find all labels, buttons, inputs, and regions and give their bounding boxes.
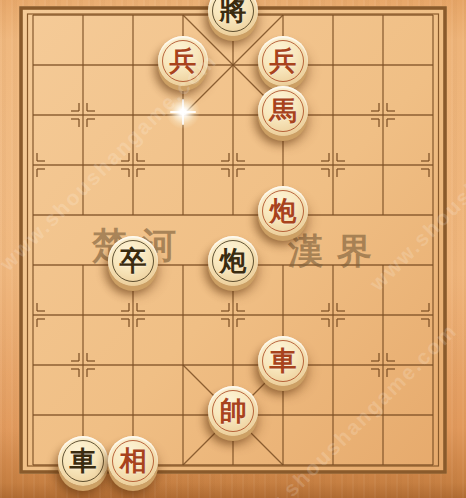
piece-red-pawn-right[interactable]: 兵: [258, 36, 308, 86]
piece-glyph: 車: [258, 336, 308, 386]
piece-red-general[interactable]: 帥: [208, 386, 258, 436]
piece-glyph: 馬: [258, 86, 308, 136]
piece-glyph: 相: [108, 436, 158, 486]
piece-glyph: 炮: [208, 236, 258, 286]
piece-red-cannon[interactable]: 炮: [258, 186, 308, 236]
piece-glyph: 將: [208, 0, 258, 36]
piece-black-pawn[interactable]: 卒: [108, 236, 158, 286]
piece-red-elephant[interactable]: 相: [108, 436, 158, 486]
piece-glyph: 兵: [258, 36, 308, 86]
piece-black-general[interactable]: 將: [208, 0, 258, 36]
piece-glyph: 兵: [158, 36, 208, 86]
piece-red-horse[interactable]: 馬: [258, 86, 308, 136]
piece-glyph: 炮: [258, 186, 308, 236]
piece-black-cannon[interactable]: 炮: [208, 236, 258, 286]
piece-glyph: 車: [58, 436, 108, 486]
piece-red-pawn-left[interactable]: 兵: [158, 36, 208, 86]
piece-red-chariot[interactable]: 車: [258, 336, 308, 386]
piece-grid: 將兵兵馬炮炮卒車帥車相: [8, 0, 458, 490]
piece-glyph: 帥: [208, 386, 258, 436]
xiangqi-board-screenshot: 楚河 漢界 將兵兵馬炮炮卒車帥車相 www.shoushangame.com w…: [0, 0, 466, 498]
piece-black-chariot[interactable]: 車: [58, 436, 108, 486]
piece-glyph: 卒: [108, 236, 158, 286]
